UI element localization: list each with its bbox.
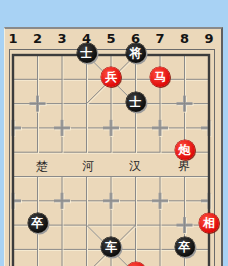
piece-black-advisor[interactable]: 士 xyxy=(77,43,97,63)
piece-red-horse[interactable]: 马 xyxy=(150,67,170,87)
piece-red-soldier[interactable]: 兵 xyxy=(101,67,121,87)
pieces-layer: 士将兵马士炮卒相车卒帅 xyxy=(1,41,222,266)
piece-black-advisor[interactable]: 士 xyxy=(126,92,146,112)
xiangqi-app: 123456789 楚河汉界 士将兵马士炮卒相车卒帅 xyxy=(0,0,228,266)
piece-black-soldier[interactable]: 卒 xyxy=(28,213,48,233)
piece-black-general[interactable]: 将 xyxy=(126,43,146,63)
piece-red-cannon[interactable]: 炮 xyxy=(175,140,195,160)
piece-black-chariot[interactable]: 车 xyxy=(101,237,121,257)
piece-red-elephant[interactable]: 相 xyxy=(199,213,219,233)
piece-black-soldier[interactable]: 卒 xyxy=(175,237,195,257)
piece-red-general-partial[interactable]: 帅 xyxy=(126,262,146,266)
